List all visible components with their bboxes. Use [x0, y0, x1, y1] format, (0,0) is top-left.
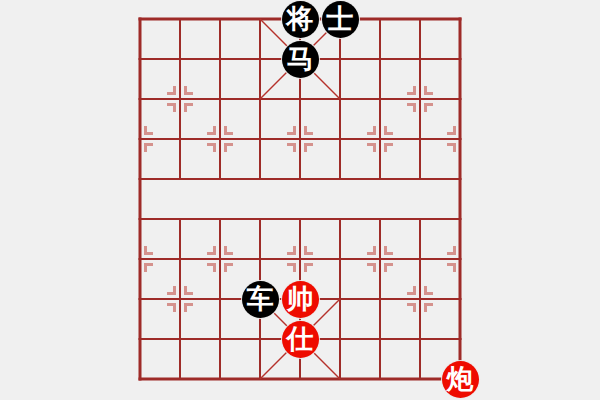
pawn-point-marker	[144, 126, 147, 135]
cannon-point-marker	[173, 303, 176, 312]
pawn-point-marker	[224, 143, 227, 152]
cannon-point-marker	[424, 286, 427, 295]
pawn-point-marker	[304, 143, 307, 152]
pawn-point-marker	[144, 143, 147, 152]
cannon-point-marker	[424, 86, 427, 95]
pawn-point-marker	[293, 263, 296, 272]
pawn-point-marker	[304, 126, 307, 135]
cannon-point-marker	[184, 86, 187, 95]
grid-vline	[219, 18, 221, 180]
grid-vline	[219, 218, 221, 380]
pawn-point-marker	[293, 246, 296, 255]
grid-vline	[379, 218, 381, 380]
pawn-point-marker	[373, 143, 376, 152]
pawn-point-marker	[213, 126, 216, 135]
piece-red-advisor[interactable]: 仕	[282, 321, 319, 358]
pawn-point-marker	[213, 246, 216, 255]
pawn-point-marker	[293, 143, 296, 152]
grid-vline-border	[459, 18, 462, 381]
cannon-point-marker	[424, 303, 427, 312]
pawn-point-marker	[453, 246, 456, 255]
grid-vline	[379, 18, 381, 180]
xiangqi-board[interactable]: 将士马车帅仕炮	[0, 0, 600, 400]
piece-red-cannon[interactable]: 炮	[442, 361, 479, 398]
cannon-point-marker	[413, 86, 416, 95]
piece-black-general[interactable]: 将	[282, 1, 319, 38]
xiangqi-diagram-screen: 将士马车帅仕炮	[0, 0, 600, 400]
pawn-point-marker	[144, 263, 147, 272]
pawn-point-marker	[373, 263, 376, 272]
piece-black-horse[interactable]: 马	[282, 41, 319, 78]
pawn-point-marker	[453, 143, 456, 152]
pawn-point-marker	[213, 263, 216, 272]
pawn-point-marker	[384, 143, 387, 152]
cannon-point-marker	[173, 86, 176, 95]
pawn-point-marker	[373, 126, 376, 135]
piece-black-chariot[interactable]: 车	[242, 281, 279, 318]
pawn-point-marker	[384, 126, 387, 135]
pawn-point-marker	[293, 126, 296, 135]
pawn-point-marker	[384, 246, 387, 255]
pawn-point-marker	[304, 263, 307, 272]
cannon-point-marker	[413, 286, 416, 295]
grid-vline	[419, 218, 421, 380]
pawn-point-marker	[453, 126, 456, 135]
piece-black-advisor[interactable]: 士	[322, 1, 359, 38]
grid-vline	[179, 18, 181, 180]
cannon-point-marker	[173, 286, 176, 295]
pawn-point-marker	[224, 246, 227, 255]
piece-red-general[interactable]: 帅	[282, 281, 319, 318]
pawn-point-marker	[373, 246, 376, 255]
cannon-point-marker	[184, 303, 187, 312]
cannon-point-marker	[413, 303, 416, 312]
cannon-point-marker	[184, 103, 187, 112]
pawn-point-marker	[213, 143, 216, 152]
pawn-point-marker	[453, 263, 456, 272]
pawn-point-marker	[144, 246, 147, 255]
pawn-point-marker	[224, 263, 227, 272]
cannon-point-marker	[184, 286, 187, 295]
grid-vline	[419, 18, 421, 180]
grid-vline-border	[139, 18, 142, 381]
cannon-point-marker	[173, 103, 176, 112]
cannon-point-marker	[424, 103, 427, 112]
grid-vline	[179, 218, 181, 380]
pawn-point-marker	[384, 263, 387, 272]
pawn-point-marker	[224, 126, 227, 135]
cannon-point-marker	[413, 103, 416, 112]
pawn-point-marker	[304, 246, 307, 255]
